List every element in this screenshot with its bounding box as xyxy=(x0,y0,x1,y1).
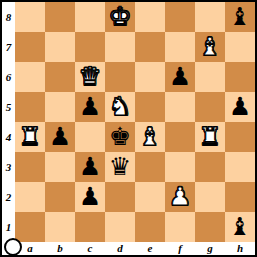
square-c7[interactable] xyxy=(75,32,105,62)
square-a8[interactable] xyxy=(15,2,45,32)
square-d7[interactable] xyxy=(105,32,135,62)
chess-diagram: 87654321 ♚♝♝♛♟♟♞♟♜♟♚♝♜♟♛♟♟♝ abcdefgh xyxy=(0,0,257,257)
rank-label-7: 7 xyxy=(2,32,15,62)
square-h1[interactable]: ♝ xyxy=(225,212,255,242)
rank-label-3: 3 xyxy=(2,152,15,182)
square-e3[interactable] xyxy=(135,152,165,182)
piece-white-rook[interactable]: ♜ xyxy=(19,122,41,152)
piece-black-bishop[interactable]: ♝ xyxy=(229,2,251,32)
square-h2[interactable] xyxy=(225,182,255,212)
piece-white-pawn[interactable]: ♟ xyxy=(169,182,191,212)
piece-white-rook[interactable]: ♜ xyxy=(199,122,221,152)
square-h7[interactable] xyxy=(225,32,255,62)
piece-white-king[interactable]: ♚ xyxy=(109,2,131,32)
rank-label-4: 4 xyxy=(2,122,15,152)
square-g4[interactable]: ♜ xyxy=(195,122,225,152)
square-e4[interactable]: ♝ xyxy=(135,122,165,152)
piece-white-bishop[interactable]: ♝ xyxy=(139,122,161,152)
piece-black-pawn[interactable]: ♟ xyxy=(169,62,191,92)
file-labels: abcdefgh xyxy=(15,242,255,255)
square-c4[interactable] xyxy=(75,122,105,152)
square-e7[interactable] xyxy=(135,32,165,62)
square-f6[interactable]: ♟ xyxy=(165,62,195,92)
file-label-f: f xyxy=(165,242,195,255)
piece-black-bishop[interactable]: ♝ xyxy=(229,212,251,242)
square-e5[interactable] xyxy=(135,92,165,122)
square-d3[interactable]: ♛ xyxy=(105,152,135,182)
square-f8[interactable] xyxy=(165,2,195,32)
square-g7[interactable]: ♝ xyxy=(195,32,225,62)
square-g5[interactable] xyxy=(195,92,225,122)
rank-label-6: 6 xyxy=(2,62,15,92)
square-b2[interactable] xyxy=(45,182,75,212)
file-label-b: b xyxy=(45,242,75,255)
square-d2[interactable] xyxy=(105,182,135,212)
file-label-c: c xyxy=(75,242,105,255)
square-e6[interactable] xyxy=(135,62,165,92)
square-b1[interactable] xyxy=(45,212,75,242)
square-h4[interactable] xyxy=(225,122,255,152)
rank-label-2: 2 xyxy=(2,182,15,212)
square-b8[interactable] xyxy=(45,2,75,32)
square-f7[interactable] xyxy=(165,32,195,62)
square-c8[interactable] xyxy=(75,2,105,32)
square-d8[interactable]: ♚ xyxy=(105,2,135,32)
square-d5[interactable]: ♞ xyxy=(105,92,135,122)
square-f2[interactable]: ♟ xyxy=(165,182,195,212)
square-h8[interactable]: ♝ xyxy=(225,2,255,32)
square-g1[interactable] xyxy=(195,212,225,242)
square-a7[interactable] xyxy=(15,32,45,62)
square-g3[interactable] xyxy=(195,152,225,182)
piece-black-pawn[interactable]: ♟ xyxy=(49,122,71,152)
square-a5[interactable] xyxy=(15,92,45,122)
file-label-h: h xyxy=(225,242,255,255)
square-h6[interactable] xyxy=(225,62,255,92)
square-b4[interactable]: ♟ xyxy=(45,122,75,152)
square-d4[interactable]: ♚ xyxy=(105,122,135,152)
square-c3[interactable]: ♟ xyxy=(75,152,105,182)
square-f5[interactable] xyxy=(165,92,195,122)
piece-black-pawn[interactable]: ♟ xyxy=(79,182,101,212)
square-a1[interactable] xyxy=(15,212,45,242)
square-g8[interactable] xyxy=(195,2,225,32)
square-b7[interactable] xyxy=(45,32,75,62)
square-b5[interactable] xyxy=(45,92,75,122)
piece-black-pawn[interactable]: ♟ xyxy=(79,152,101,182)
square-c5[interactable]: ♟ xyxy=(75,92,105,122)
square-g6[interactable] xyxy=(195,62,225,92)
square-b3[interactable] xyxy=(45,152,75,182)
piece-white-knight[interactable]: ♞ xyxy=(109,92,131,122)
square-a2[interactable] xyxy=(15,182,45,212)
file-label-d: d xyxy=(105,242,135,255)
square-a4[interactable]: ♜ xyxy=(15,122,45,152)
square-b6[interactable] xyxy=(45,62,75,92)
square-e2[interactable] xyxy=(135,182,165,212)
square-c1[interactable] xyxy=(75,212,105,242)
piece-black-king[interactable]: ♚ xyxy=(109,122,131,152)
square-c2[interactable]: ♟ xyxy=(75,182,105,212)
square-e8[interactable] xyxy=(135,2,165,32)
rank-label-5: 5 xyxy=(2,92,15,122)
rank-labels: 87654321 xyxy=(2,2,15,242)
square-d1[interactable] xyxy=(105,212,135,242)
piece-black-pawn[interactable]: ♟ xyxy=(79,92,101,122)
square-h3[interactable] xyxy=(225,152,255,182)
square-d6[interactable] xyxy=(105,62,135,92)
piece-black-pawn[interactable]: ♟ xyxy=(229,92,251,122)
square-e1[interactable] xyxy=(135,212,165,242)
piece-white-queen[interactable]: ♛ xyxy=(79,62,101,92)
file-label-g: g xyxy=(195,242,225,255)
square-a6[interactable] xyxy=(15,62,45,92)
chess-board: ♚♝♝♛♟♟♞♟♜♟♚♝♜♟♛♟♟♝ xyxy=(15,2,255,242)
piece-white-bishop[interactable]: ♝ xyxy=(199,32,221,62)
white-to-move-circle xyxy=(4,238,22,256)
square-f3[interactable] xyxy=(165,152,195,182)
piece-black-queen[interactable]: ♛ xyxy=(109,152,131,182)
file-label-e: e xyxy=(135,242,165,255)
rank-label-8: 8 xyxy=(2,2,15,32)
square-g2[interactable] xyxy=(195,182,225,212)
side-to-move-indicator xyxy=(2,242,15,255)
square-c6[interactable]: ♛ xyxy=(75,62,105,92)
square-a3[interactable] xyxy=(15,152,45,182)
square-f1[interactable] xyxy=(165,212,195,242)
square-f4[interactable] xyxy=(165,122,195,152)
square-h5[interactable]: ♟ xyxy=(225,92,255,122)
